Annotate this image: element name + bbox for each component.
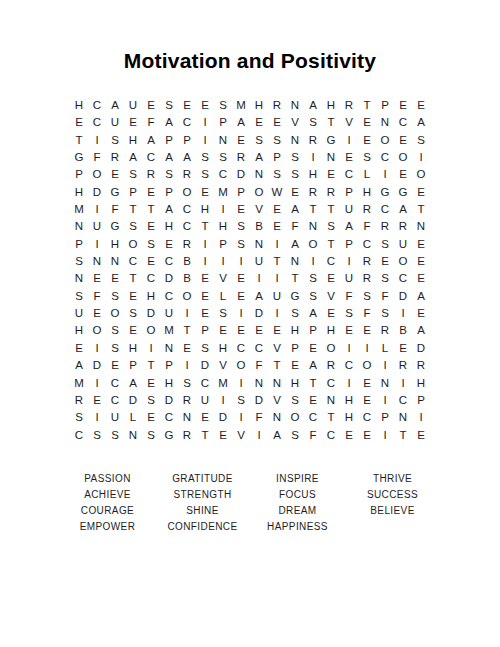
grid-cell[interactable]: E (286, 184, 304, 201)
grid-cell[interactable]: E (232, 201, 250, 218)
grid-cell[interactable]: U (88, 218, 106, 235)
grid-cell[interactable]: T (178, 323, 196, 340)
grid-cell[interactable]: F (142, 114, 160, 131)
grid-cell[interactable]: P (268, 149, 286, 166)
grid-cell[interactable]: I (394, 375, 412, 392)
grid-cell[interactable]: R (70, 392, 88, 409)
grid-cell[interactable]: M (232, 97, 250, 114)
grid-cell[interactable]: S (160, 97, 178, 114)
grid-cell[interactable]: C (214, 166, 232, 183)
grid-cell[interactable]: E (412, 271, 430, 288)
grid-cell[interactable]: D (394, 288, 412, 305)
grid-cell[interactable]: E (142, 253, 160, 270)
grid-cell[interactable]: T (358, 97, 376, 114)
grid-cell[interactable]: P (178, 132, 196, 149)
grid-cell[interactable]: D (88, 184, 106, 201)
grid-cell[interactable]: V (340, 114, 358, 131)
grid-cell[interactable]: E (196, 271, 214, 288)
grid-cell[interactable]: O (286, 409, 304, 426)
grid-cell[interactable]: E (376, 253, 394, 270)
grid-cell[interactable]: N (286, 253, 304, 270)
grid-cell[interactable]: S (232, 236, 250, 253)
grid-cell[interactable]: T (304, 375, 322, 392)
grid-cell[interactable]: R (178, 236, 196, 253)
grid-cell[interactable]: W (268, 184, 286, 201)
grid-cell[interactable]: R (268, 97, 286, 114)
grid-cell[interactable]: I (376, 166, 394, 183)
grid-cell[interactable]: O (178, 184, 196, 201)
grid-cell[interactable]: N (124, 427, 142, 444)
grid-cell[interactable]: S (124, 218, 142, 235)
grid-cell[interactable]: E (340, 323, 358, 340)
grid-cell[interactable]: A (250, 149, 268, 166)
grid-cell[interactable]: D (250, 392, 268, 409)
grid-cell[interactable]: I (232, 305, 250, 322)
grid-cell[interactable]: E (250, 323, 268, 340)
grid-cell[interactable]: F (286, 218, 304, 235)
grid-cell[interactable]: N (268, 375, 286, 392)
grid-cell[interactable]: C (160, 253, 178, 270)
grid-cell[interactable]: N (178, 409, 196, 426)
grid-cell[interactable]: E (196, 409, 214, 426)
grid-cell[interactable]: E (358, 375, 376, 392)
grid-cell[interactable]: E (88, 392, 106, 409)
grid-cell[interactable]: E (412, 184, 430, 201)
grid-cell[interactable]: N (88, 253, 106, 270)
grid-cell[interactable]: A (412, 323, 430, 340)
grid-cell[interactable]: D (160, 271, 178, 288)
grid-cell[interactable]: L (358, 166, 376, 183)
grid-cell[interactable]: N (322, 392, 340, 409)
grid-cell[interactable]: U (106, 114, 124, 131)
grid-cell[interactable]: A (70, 357, 88, 374)
grid-cell[interactable]: T (124, 271, 142, 288)
grid-cell[interactable]: R (376, 323, 394, 340)
grid-cell[interactable]: S (70, 253, 88, 270)
grid-cell[interactable]: D (88, 357, 106, 374)
grid-cell[interactable]: M (70, 201, 88, 218)
grid-cell[interactable]: C (178, 114, 196, 131)
grid-cell[interactable]: P (160, 132, 178, 149)
grid-cell[interactable]: I (88, 201, 106, 218)
grid-cell[interactable]: A (268, 427, 286, 444)
grid-cell[interactable]: I (250, 271, 268, 288)
grid-cell[interactable]: O (88, 323, 106, 340)
grid-cell[interactable]: C (142, 271, 160, 288)
grid-cell[interactable]: H (286, 323, 304, 340)
grid-cell[interactable]: A (124, 149, 142, 166)
grid-cell[interactable]: S (412, 132, 430, 149)
grid-cell[interactable]: A (412, 114, 430, 131)
grid-cell[interactable]: G (106, 184, 124, 201)
grid-cell[interactable]: U (394, 236, 412, 253)
grid-cell[interactable]: C (394, 392, 412, 409)
grid-cell[interactable]: P (214, 236, 232, 253)
grid-cell[interactable]: R (394, 218, 412, 235)
grid-cell[interactable]: H (214, 340, 232, 357)
grid-cell[interactable]: P (232, 184, 250, 201)
grid-cell[interactable]: C (304, 409, 322, 426)
grid-cell[interactable]: N (106, 253, 124, 270)
grid-cell[interactable]: E (412, 253, 430, 270)
grid-cell[interactable]: H (286, 375, 304, 392)
grid-cell[interactable]: I (304, 149, 322, 166)
grid-cell[interactable]: A (412, 288, 430, 305)
grid-cell[interactable]: F (340, 288, 358, 305)
grid-cell[interactable]: S (70, 288, 88, 305)
grid-cell[interactable]: N (376, 114, 394, 131)
grid-cell[interactable]: T (196, 218, 214, 235)
grid-cell[interactable]: F (88, 288, 106, 305)
grid-cell[interactable]: T (322, 201, 340, 218)
grid-cell[interactable]: P (124, 357, 142, 374)
grid-cell[interactable]: E (268, 201, 286, 218)
grid-cell[interactable]: S (142, 392, 160, 409)
grid-cell[interactable]: N (412, 218, 430, 235)
grid-cell[interactable]: E (214, 323, 232, 340)
grid-cell[interactable]: R (322, 184, 340, 201)
grid-cell[interactable]: I (232, 375, 250, 392)
grid-cell[interactable]: V (268, 392, 286, 409)
grid-cell[interactable]: E (268, 323, 286, 340)
grid-cell[interactable]: A (394, 201, 412, 218)
grid-cell[interactable]: V (322, 288, 340, 305)
grid-cell[interactable]: I (88, 409, 106, 426)
grid-cell[interactable]: M (160, 323, 178, 340)
grid-cell[interactable]: A (304, 357, 322, 374)
grid-cell[interactable]: C (376, 201, 394, 218)
grid-cell[interactable]: E (196, 305, 214, 322)
grid-cell[interactable]: S (196, 149, 214, 166)
grid-cell[interactable]: E (322, 305, 340, 322)
grid-cell[interactable]: E (88, 305, 106, 322)
grid-cell[interactable]: O (142, 323, 160, 340)
grid-cell[interactable]: S (196, 166, 214, 183)
grid-cell[interactable]: U (340, 271, 358, 288)
grid-cell[interactable]: C (178, 201, 196, 218)
grid-cell[interactable]: S (304, 288, 322, 305)
grid-cell[interactable]: U (268, 288, 286, 305)
grid-cell[interactable]: I (178, 357, 196, 374)
grid-cell[interactable]: A (286, 201, 304, 218)
grid-cell[interactable]: I (250, 427, 268, 444)
grid-cell[interactable]: S (376, 271, 394, 288)
grid-cell[interactable]: O (106, 305, 124, 322)
grid-cell[interactable]: H (124, 132, 142, 149)
grid-cell[interactable]: E (412, 427, 430, 444)
grid-cell[interactable]: I (196, 132, 214, 149)
grid-cell[interactable]: F (106, 201, 124, 218)
grid-cell[interactable]: P (376, 97, 394, 114)
grid-cell[interactable]: I (232, 253, 250, 270)
grid-cell[interactable]: T (322, 236, 340, 253)
grid-cell[interactable]: O (304, 236, 322, 253)
grid-cell[interactable]: T (124, 201, 142, 218)
grid-cell[interactable]: H (196, 201, 214, 218)
grid-cell[interactable]: R (358, 201, 376, 218)
grid-cell[interactable]: C (322, 253, 340, 270)
grid-cell[interactable]: F (88, 149, 106, 166)
grid-cell[interactable]: H (142, 288, 160, 305)
grid-cell[interactable]: V (214, 271, 232, 288)
grid-cell[interactable]: E (232, 132, 250, 149)
grid-cell[interactable]: E (304, 392, 322, 409)
grid-cell[interactable]: H (124, 340, 142, 357)
grid-cell[interactable]: S (106, 288, 124, 305)
grid-cell[interactable]: U (196, 392, 214, 409)
grid-cell[interactable]: E (304, 340, 322, 357)
grid-cell[interactable]: I (304, 253, 322, 270)
grid-cell[interactable]: T (142, 357, 160, 374)
grid-cell[interactable]: M (214, 184, 232, 201)
grid-cell[interactable]: E (394, 340, 412, 357)
grid-cell[interactable]: R (232, 149, 250, 166)
grid-cell[interactable]: D (250, 305, 268, 322)
grid-cell[interactable]: H (304, 166, 322, 183)
grid-cell[interactable]: E (124, 323, 142, 340)
grid-cell[interactable]: O (124, 236, 142, 253)
grid-cell[interactable]: E (340, 149, 358, 166)
grid-cell[interactable]: S (106, 323, 124, 340)
grid-cell[interactable]: P (196, 323, 214, 340)
grid-cell[interactable]: E (124, 114, 142, 131)
grid-cell[interactable]: E (142, 409, 160, 426)
grid-cell[interactable]: S (214, 149, 232, 166)
grid-cell[interactable]: E (196, 288, 214, 305)
grid-cell[interactable]: S (196, 340, 214, 357)
grid-cell[interactable]: D (412, 340, 430, 357)
grid-cell[interactable]: V (286, 114, 304, 131)
grid-cell[interactable]: S (232, 218, 250, 235)
grid-cell[interactable]: S (142, 427, 160, 444)
grid-cell[interactable]: A (106, 97, 124, 114)
grid-cell[interactable]: R (394, 357, 412, 374)
grid-cell[interactable]: N (268, 409, 286, 426)
grid-cell[interactable]: O (394, 149, 412, 166)
grid-cell[interactable]: I (88, 236, 106, 253)
grid-cell[interactable]: C (88, 114, 106, 131)
grid-cell[interactable]: I (232, 409, 250, 426)
grid-cell[interactable]: T (286, 271, 304, 288)
grid-cell[interactable]: D (196, 357, 214, 374)
grid-cell[interactable]: F (358, 218, 376, 235)
grid-cell[interactable]: E (286, 357, 304, 374)
grid-cell[interactable]: C (232, 340, 250, 357)
grid-cell[interactable]: I (376, 392, 394, 409)
grid-cell[interactable]: C (106, 375, 124, 392)
grid-cell[interactable]: A (304, 305, 322, 322)
grid-cell[interactable]: S (268, 166, 286, 183)
grid-cell[interactable]: P (160, 184, 178, 201)
grid-cell[interactable]: R (178, 427, 196, 444)
grid-cell[interactable]: C (376, 149, 394, 166)
grid-cell[interactable]: O (358, 357, 376, 374)
grid-cell[interactable]: S (70, 409, 88, 426)
grid-cell[interactable]: E (358, 427, 376, 444)
grid-cell[interactable]: S (106, 340, 124, 357)
grid-cell[interactable]: E (142, 375, 160, 392)
grid-cell[interactable]: S (214, 305, 232, 322)
grid-cell[interactable]: C (340, 357, 358, 374)
grid-cell[interactable]: E (88, 271, 106, 288)
grid-cell[interactable]: S (124, 166, 142, 183)
grid-cell[interactable]: C (394, 114, 412, 131)
grid-cell[interactable]: I (340, 340, 358, 357)
grid-cell[interactable]: E (322, 271, 340, 288)
grid-cell[interactable]: A (160, 114, 178, 131)
grid-cell[interactable]: F (376, 288, 394, 305)
grid-cell[interactable]: H (214, 218, 232, 235)
grid-cell[interactable]: L (376, 340, 394, 357)
grid-cell[interactable]: F (250, 357, 268, 374)
grid-cell[interactable]: G (70, 149, 88, 166)
grid-cell[interactable]: I (196, 253, 214, 270)
grid-cell[interactable]: E (358, 114, 376, 131)
grid-cell[interactable]: I (340, 253, 358, 270)
grid-cell[interactable]: N (250, 166, 268, 183)
grid-cell[interactable]: C (106, 392, 124, 409)
grid-cell[interactable]: N (394, 409, 412, 426)
grid-cell[interactable]: E (358, 132, 376, 149)
grid-cell[interactable]: V (232, 427, 250, 444)
grid-cell[interactable]: G (286, 288, 304, 305)
grid-cell[interactable]: E (142, 184, 160, 201)
grid-cell[interactable]: A (124, 375, 142, 392)
grid-cell[interactable]: E (340, 427, 358, 444)
grid-cell[interactable]: G (106, 218, 124, 235)
grid-cell[interactable]: H (70, 97, 88, 114)
grid-cell[interactable]: F (250, 409, 268, 426)
grid-cell[interactable]: N (70, 218, 88, 235)
grid-cell[interactable]: S (304, 271, 322, 288)
grid-cell[interactable]: S (250, 132, 268, 149)
grid-cell[interactable]: E (358, 392, 376, 409)
grid-cell[interactable]: A (304, 97, 322, 114)
grid-cell[interactable]: H (70, 323, 88, 340)
grid-cell[interactable]: O (88, 166, 106, 183)
grid-cell[interactable]: I (412, 409, 430, 426)
grid-cell[interactable]: O (376, 132, 394, 149)
grid-cell[interactable]: G (394, 184, 412, 201)
grid-cell[interactable]: T (142, 201, 160, 218)
grid-cell[interactable]: I (214, 392, 232, 409)
grid-cell[interactable]: S (358, 149, 376, 166)
grid-cell[interactable]: I (88, 340, 106, 357)
grid-cell[interactable]: D (160, 392, 178, 409)
grid-cell[interactable]: R (358, 271, 376, 288)
grid-cell[interactable]: E (178, 97, 196, 114)
grid-cell[interactable]: E (196, 97, 214, 114)
grid-cell[interactable]: S (376, 236, 394, 253)
grid-cell[interactable]: O (412, 166, 430, 183)
grid-cell[interactable]: R (376, 218, 394, 235)
grid-cell[interactable]: I (394, 305, 412, 322)
grid-cell[interactable]: T (268, 357, 286, 374)
grid-cell[interactable]: S (268, 132, 286, 149)
grid-cell[interactable]: E (106, 166, 124, 183)
grid-cell[interactable]: I (214, 201, 232, 218)
grid-cell[interactable]: A (250, 288, 268, 305)
grid-cell[interactable]: H (250, 97, 268, 114)
grid-cell[interactable]: L (124, 409, 142, 426)
grid-cell[interactable]: P (304, 323, 322, 340)
grid-cell[interactable]: H (340, 409, 358, 426)
grid-cell[interactable]: C (394, 271, 412, 288)
grid-cell[interactable]: S (286, 166, 304, 183)
grid-cell[interactable]: U (250, 253, 268, 270)
grid-cell[interactable]: E (178, 340, 196, 357)
grid-cell[interactable]: E (394, 97, 412, 114)
grid-cell[interactable]: T (394, 427, 412, 444)
grid-cell[interactable]: V (268, 340, 286, 357)
grid-cell[interactable]: C (70, 427, 88, 444)
grid-cell[interactable]: D (232, 166, 250, 183)
grid-cell[interactable]: U (106, 409, 124, 426)
grid-cell[interactable]: N (376, 375, 394, 392)
grid-cell[interactable]: S (106, 427, 124, 444)
grid-cell[interactable]: O (394, 253, 412, 270)
grid-cell[interactable]: I (196, 114, 214, 131)
grid-cell[interactable]: O (250, 184, 268, 201)
grid-cell[interactable]: I (214, 253, 232, 270)
grid-cell[interactable]: H (322, 323, 340, 340)
grid-cell[interactable]: D (124, 392, 142, 409)
grid-cell[interactable]: F (304, 427, 322, 444)
grid-cell[interactable]: E (322, 166, 340, 183)
grid-cell[interactable]: B (178, 253, 196, 270)
grid-cell[interactable]: G (160, 427, 178, 444)
grid-cell[interactable]: C (196, 375, 214, 392)
grid-cell[interactable]: H (340, 392, 358, 409)
grid-cell[interactable]: T (70, 132, 88, 149)
grid-cell[interactable]: H (70, 184, 88, 201)
grid-cell[interactable]: I (88, 375, 106, 392)
grid-cell[interactable]: R (178, 392, 196, 409)
grid-cell[interactable]: E (106, 271, 124, 288)
grid-cell[interactable]: P (70, 166, 88, 183)
grid-cell[interactable]: E (268, 114, 286, 131)
grid-cell[interactable]: H (358, 184, 376, 201)
grid-cell[interactable]: B (394, 323, 412, 340)
grid-cell[interactable]: C (178, 218, 196, 235)
grid-cell[interactable]: I (142, 340, 160, 357)
grid-cell[interactable]: I (340, 132, 358, 149)
grid-cell[interactable]: A (142, 132, 160, 149)
grid-cell[interactable]: V (214, 357, 232, 374)
grid-cell[interactable]: U (70, 305, 88, 322)
grid-cell[interactable]: M (214, 375, 232, 392)
grid-cell[interactable]: O (232, 357, 250, 374)
grid-cell[interactable]: S (214, 97, 232, 114)
grid-cell[interactable]: N (214, 132, 232, 149)
grid-cell[interactable]: T (304, 201, 322, 218)
grid-cell[interactable]: N (250, 375, 268, 392)
grid-cell[interactable]: I (268, 236, 286, 253)
grid-cell[interactable]: T (268, 253, 286, 270)
grid-cell[interactable]: C (250, 340, 268, 357)
grid-cell[interactable]: S (376, 305, 394, 322)
grid-cell[interactable]: P (286, 340, 304, 357)
grid-cell[interactable]: M (70, 375, 88, 392)
grid-cell[interactable]: E (412, 236, 430, 253)
grid-cell[interactable]: N (286, 97, 304, 114)
grid-cell[interactable]: S (142, 236, 160, 253)
grid-cell[interactable]: N (322, 149, 340, 166)
grid-cell[interactable]: C (358, 409, 376, 426)
grid-cell[interactable]: S (286, 149, 304, 166)
grid-cell[interactable]: G (376, 184, 394, 201)
grid-cell[interactable]: P (340, 236, 358, 253)
